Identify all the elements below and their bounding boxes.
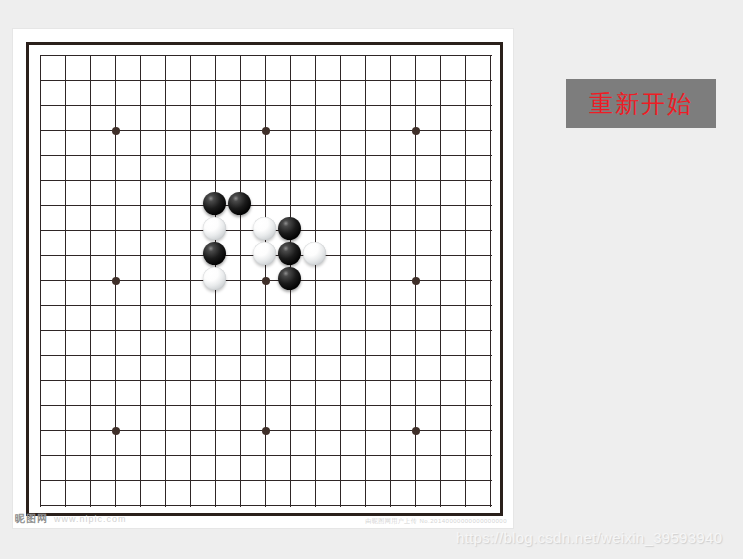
star-point (262, 427, 270, 435)
star-point (412, 277, 420, 285)
nipic-upload-note: 由昵图网用户上传 No.20140000000000000000 (365, 517, 507, 526)
white-stone (303, 242, 326, 265)
star-point (112, 427, 120, 435)
page-background: 昵图网www.nipic.com 由昵图网用户上传 No.20140000000… (0, 0, 743, 559)
nipic-url: www.nipic.com (54, 514, 127, 524)
nipic-logo: 昵图网 (15, 513, 48, 524)
white-stone (203, 267, 226, 290)
board-grid[interactable] (40, 55, 492, 507)
star-point (112, 277, 120, 285)
black-stone (203, 192, 226, 215)
star-point (262, 277, 270, 285)
white-stone (203, 217, 226, 240)
csdn-url-watermark: https://blog.csdn.net/weixin_39593940 (456, 529, 722, 546)
star-point (112, 127, 120, 135)
star-point (262, 127, 270, 135)
black-stone (228, 192, 251, 215)
star-point (412, 427, 420, 435)
go-board-image: 昵图网www.nipic.com 由昵图网用户上传 No.20140000000… (13, 29, 513, 528)
nipic-watermark: 昵图网www.nipic.com (15, 513, 127, 525)
black-stone (278, 217, 301, 240)
black-stone (203, 242, 226, 265)
black-stone (278, 242, 301, 265)
black-stone (278, 267, 301, 290)
white-stone (253, 242, 276, 265)
restart-button[interactable]: 重新开始 (566, 79, 716, 128)
star-point (412, 127, 420, 135)
white-stone (253, 217, 276, 240)
